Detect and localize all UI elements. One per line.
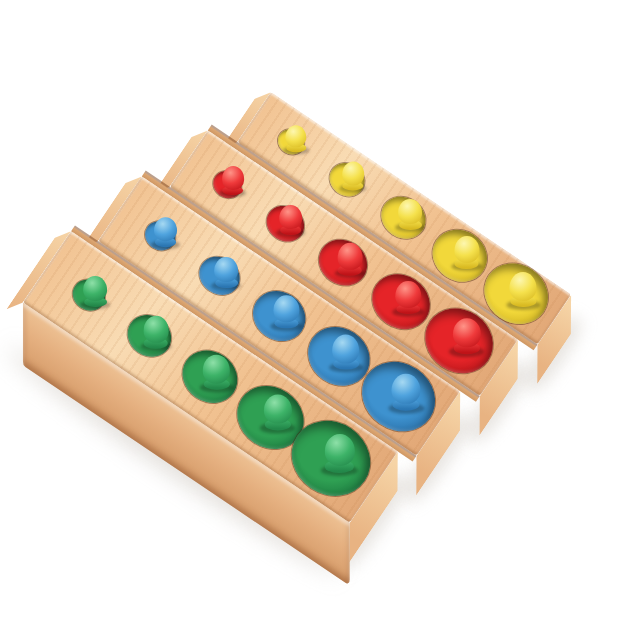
knob-blue-4[interactable] (323, 318, 369, 372)
knob-head (453, 318, 481, 347)
knob-yellow-3[interactable] (390, 184, 431, 232)
knob-blue-3[interactable] (264, 279, 308, 331)
knob-head (333, 335, 360, 363)
knob-head (280, 205, 303, 229)
knob-head (324, 434, 354, 466)
knob-red-1[interactable] (214, 153, 251, 197)
knob-head (398, 198, 422, 223)
knob-blue-1[interactable] (147, 203, 186, 249)
knob-head (337, 243, 362, 269)
knob-red-3[interactable] (329, 227, 372, 277)
knob-head (395, 281, 421, 308)
knob-head (214, 257, 238, 282)
knob-green-2[interactable] (135, 300, 178, 350)
knob-head (143, 316, 168, 342)
knob-green-5[interactable] (313, 416, 364, 476)
product-photo-stage (0, 0, 640, 640)
knob-head (454, 236, 479, 262)
knob-yellow-2[interactable] (334, 149, 371, 193)
knob-blue-2[interactable] (206, 242, 247, 290)
knob-head (83, 276, 107, 301)
knob-head (264, 395, 292, 424)
knob-head (510, 272, 537, 300)
knob-red-4[interactable] (386, 265, 430, 317)
knob-green-1[interactable] (75, 261, 116, 309)
knob-head (204, 355, 231, 383)
knob-head (222, 167, 244, 190)
knob-red-2[interactable] (272, 191, 311, 237)
knob-yellow-1[interactable] (279, 112, 315, 154)
knob-green-3[interactable] (194, 338, 240, 392)
knob-head (342, 162, 364, 185)
knob-yellow-4[interactable] (446, 220, 489, 270)
knob-yellow-5[interactable] (501, 256, 547, 310)
knob-red-5[interactable] (443, 301, 491, 357)
knob-head (155, 217, 178, 241)
knob-head (273, 295, 299, 322)
knob-head (392, 373, 421, 403)
knob-blue-5[interactable] (382, 356, 431, 414)
knob-head (286, 125, 307, 147)
knob-green-4[interactable] (254, 378, 302, 434)
